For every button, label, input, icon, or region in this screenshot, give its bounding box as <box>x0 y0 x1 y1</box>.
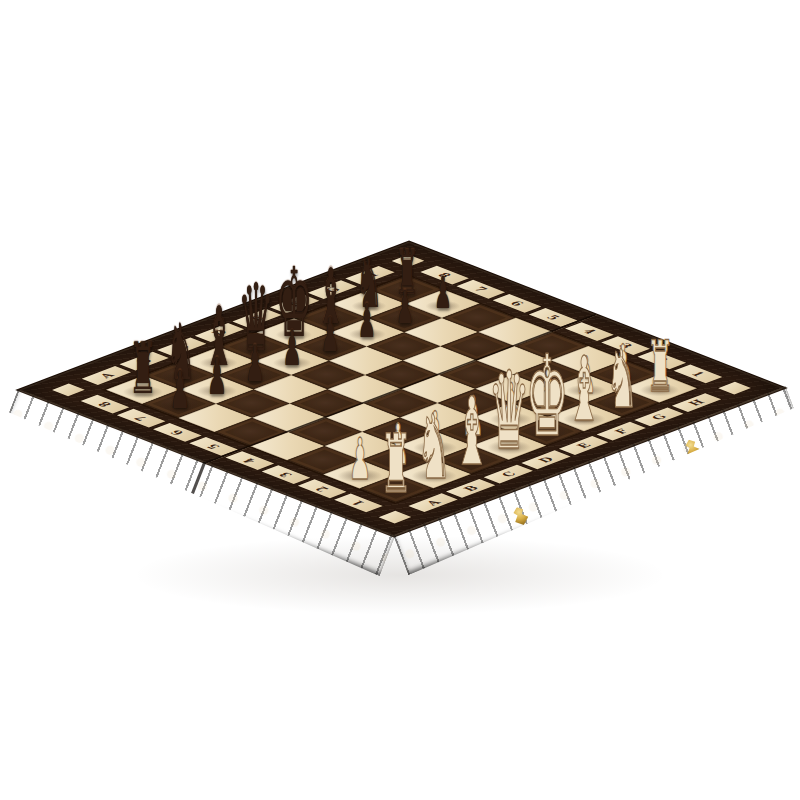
pawn-glyph: ♟ <box>396 285 414 331</box>
file-label-h-near-label: H <box>685 398 708 407</box>
piece-dark-pawn-d7: ♟ <box>277 338 308 372</box>
corner-plaque-2 <box>379 511 412 524</box>
rook-glyph: ♜ <box>646 333 674 404</box>
file-label-a-far-label: A <box>96 371 117 379</box>
rook-glyph: ♜ <box>129 334 157 405</box>
piece-light-rook-a1: ♜ <box>371 446 422 503</box>
piece-dark-pawn-a7: ♟ <box>163 379 196 416</box>
piece-dark-rook-a8: ♜ <box>121 354 166 404</box>
file-label-f-near-label: F <box>611 427 631 435</box>
rank-label-2-left-label: 2 <box>312 485 332 493</box>
corner-plaque-3 <box>718 382 751 395</box>
piece-dark-pawn-c7: ♟ <box>239 352 271 387</box>
pawn-glyph: ♟ <box>245 338 265 388</box>
rank-label-4-right-label: 4 <box>579 328 599 336</box>
rank-label-1-left-label: 1 <box>348 499 368 507</box>
fold-seam-edge <box>188 461 206 502</box>
pawn-glyph: ♟ <box>169 365 189 417</box>
pawn-glyph: ♟ <box>349 430 372 488</box>
file-label-g-near-label: G <box>648 413 670 421</box>
file-label-a-near-label: A <box>423 499 444 507</box>
pawn-glyph: ♟ <box>321 311 340 359</box>
rank-label-1-right-label: 1 <box>688 370 708 378</box>
piece-dark-pawn-g7: ♟ <box>391 297 420 329</box>
rank-label-6-right-label: 6 <box>507 299 527 307</box>
piece-dark-pawn-f7: ♟ <box>353 311 382 344</box>
piece-dark-pawn-h7: ♟ <box>429 283 457 314</box>
rank-label-7-left-label: 7 <box>131 414 151 422</box>
piece-dark-pawn-e7: ♟ <box>315 324 345 358</box>
rank-label-3-left-label: 3 <box>276 471 296 479</box>
rank-label-8-left-label: 8 <box>95 400 115 408</box>
rank-label-4-left-label: 4 <box>240 457 260 465</box>
rank-label-5-right-label: 5 <box>543 314 563 322</box>
rank-label-6-left-label: 6 <box>167 428 187 436</box>
brass-clasp-right <box>681 437 703 460</box>
pawn-glyph: ♟ <box>434 271 451 316</box>
product-photo: AABBCCDDEEFFGGHH8877665544332211 ♜♟♞♟♝♟♚… <box>0 0 800 800</box>
rank-label-7-right-label: 7 <box>471 285 491 293</box>
pawn-glyph: ♟ <box>283 325 302 374</box>
rook-glyph: ♜ <box>380 424 412 505</box>
rank-label-5-left-label: 5 <box>203 443 223 451</box>
corner-plaque-0 <box>52 384 85 397</box>
pawn-glyph: ♟ <box>207 351 227 402</box>
piece-dark-pawn-b7: ♟ <box>201 365 233 401</box>
pawn-glyph: ♟ <box>358 298 376 345</box>
